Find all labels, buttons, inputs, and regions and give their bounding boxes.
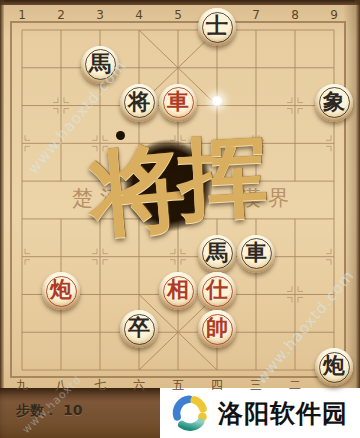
piece-black-卒[interactable]: 卒 — [120, 310, 158, 348]
file-number-top: 7 — [246, 8, 266, 22]
piece-glyph: 炮 — [315, 347, 353, 385]
file-number-bottom: 八 — [51, 377, 71, 394]
piece-glyph: 馬 — [81, 45, 119, 83]
piece-glyph: 相 — [159, 271, 197, 309]
file-number-bottom: 六 — [129, 377, 149, 394]
piece-glyph: 仕 — [198, 271, 236, 309]
river-text-right: 漢界 — [223, 184, 313, 212]
piece-glyph: 馬 — [198, 234, 236, 272]
file-number-top: 3 — [90, 8, 110, 22]
file-number-top: 2 — [51, 8, 71, 22]
game-screen: 123456789 九八七六五四三二一 楚河 漢界 士馬将車象馬車炮相仕卒帥炮 … — [0, 0, 360, 438]
piece-glyph: 車 — [159, 83, 197, 121]
file-number-top: 8 — [285, 8, 305, 22]
move-count-value: 10 — [63, 402, 82, 418]
file-number-bottom: 九 — [12, 377, 32, 394]
piece-black-車[interactable]: 車 — [237, 235, 275, 273]
piece-red-車[interactable]: 車 — [159, 84, 197, 122]
file-number-top: 5 — [168, 8, 188, 22]
last-move-highlight-dot — [211, 95, 223, 107]
board-edge-top — [0, 0, 360, 5]
file-number-bottom: 二 — [285, 377, 305, 394]
piece-glyph: 帥 — [198, 309, 236, 347]
brand-swirl-icon — [169, 392, 211, 434]
piece-black-炮[interactable]: 炮 — [315, 348, 353, 386]
file-number-bottom: 四 — [207, 377, 227, 394]
piece-glyph: 士 — [198, 7, 236, 45]
piece-glyph: 象 — [315, 83, 353, 121]
piece-red-炮[interactable]: 炮 — [42, 272, 80, 310]
xiangqi-board[interactable]: 123456789 九八七六五四三二一 楚河 漢界 士馬将車象馬車炮相仕卒帥炮 … — [0, 0, 360, 388]
piece-black-象[interactable]: 象 — [315, 84, 353, 122]
board-edge-right — [355, 0, 360, 388]
file-number-bottom: 五 — [168, 377, 188, 394]
board-edge-left — [0, 0, 4, 388]
file-number-top: 4 — [129, 8, 149, 22]
piece-glyph: 将 — [120, 83, 158, 121]
board-shading — [343, 0, 355, 388]
move-count-label: 步数： — [16, 402, 58, 418]
river-text-left: 楚河 — [55, 184, 145, 212]
file-number-bottom: 三 — [246, 377, 266, 394]
piece-red-相[interactable]: 相 — [159, 272, 197, 310]
piece-black-将[interactable]: 将 — [120, 84, 158, 122]
file-number-top: 9 — [324, 8, 344, 22]
file-number-top: 1 — [12, 8, 32, 22]
piece-black-馬[interactable]: 馬 — [81, 46, 119, 84]
piece-glyph: 炮 — [42, 271, 80, 309]
move-count: 步数：10 — [16, 402, 82, 420]
brand-badge-text: 洛阳软件园 — [218, 397, 348, 430]
piece-glyph: 卒 — [120, 309, 158, 347]
file-number-bottom: 七 — [90, 377, 110, 394]
piece-red-仕[interactable]: 仕 — [198, 272, 236, 310]
bottom-wood-bar: 步数：10 洛阳软件园 — [0, 388, 360, 438]
brand-badge: 洛阳软件园 — [160, 388, 360, 438]
piece-black-士[interactable]: 士 — [198, 8, 236, 46]
piece-glyph: 車 — [237, 234, 275, 272]
piece-black-馬[interactable]: 馬 — [198, 235, 236, 273]
piece-red-帥[interactable]: 帥 — [198, 310, 236, 348]
